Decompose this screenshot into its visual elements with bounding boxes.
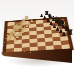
black-knight: ♞ [62,25,72,33]
frame-notation-mark [6,35,7,36]
frame-notation-mark [18,51,19,52]
black-pawn: ♟ [40,16,50,20]
white-pawn: ♟ [10,37,20,43]
black-pawn: ♟ [53,27,63,32]
frame-notation-mark [4,42,5,43]
white-knight: ♞ [7,31,17,39]
chess-set-product-photo[interactable]: ♜♞♝♛♚♝♞♜♟♟♟♟♟♟♟♟♟♟♟♟♟♟♟♟♜♞♝♛♚♝♞♜ [0,0,74,74]
black-queen: ♛ [52,16,62,25]
white-pawn: ♟ [20,27,30,32]
white-bishop: ♝ [17,20,27,27]
frame-notation-mark [3,45,4,46]
black-pawn: ♟ [49,24,59,29]
black-pawn: ♟ [43,19,53,24]
white-bishop: ♝ [9,28,19,36]
black-knight: ♞ [45,13,55,19]
white-knight: ♞ [19,18,29,24]
white-rook: ♜ [22,16,32,22]
white-pawn: ♟ [17,29,27,34]
white-pawn: ♟ [22,24,32,29]
frame-notation-mark [5,38,6,39]
black-rook: ♜ [65,29,74,37]
black-pawn: ♟ [37,14,47,18]
black-bishop: ♝ [49,15,59,22]
black-bishop: ♝ [58,22,68,30]
black-king: ♚ [55,18,65,28]
white-queen: ♛ [14,22,24,31]
white-pawn: ♟ [24,22,34,26]
black-pawn: ♟ [59,32,69,38]
frame-notation-mark [30,52,31,53]
pieces-layer: ♜♞♝♛♚♝♞♜♟♟♟♟♟♟♟♟♟♟♟♟♟♟♟♟♜♞♝♛♚♝♞♜ [0,0,74,74]
white-pawn: ♟ [12,34,22,39]
white-pawn: ♟ [27,19,37,23]
black-pawn: ♟ [56,29,66,34]
white-king: ♚ [12,23,22,33]
black-pawn: ♟ [46,22,56,27]
black-rook: ♜ [42,11,52,17]
white-pawn: ♟ [15,32,25,37]
frame-notation-mark [12,50,13,51]
